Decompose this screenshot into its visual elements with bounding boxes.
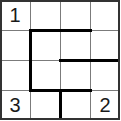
puzzle-board: 132 bbox=[0, 0, 120, 120]
bold-wall-v bbox=[29, 29, 32, 92]
cell-r1c3[interactable] bbox=[60, 0, 90, 30]
cell-r2c4[interactable] bbox=[90, 30, 120, 60]
given-number: 3 bbox=[9, 90, 20, 120]
cell-r4c1[interactable]: 3 bbox=[0, 90, 30, 120]
cell-r3c3[interactable] bbox=[60, 60, 90, 90]
bold-wall-h bbox=[59, 59, 121, 62]
cell-r2c2[interactable] bbox=[30, 30, 60, 60]
given-number: 1 bbox=[9, 0, 20, 30]
cell-r1c1[interactable]: 1 bbox=[0, 0, 30, 30]
cell-r1c4[interactable] bbox=[90, 0, 120, 30]
cell-r2c1[interactable] bbox=[0, 30, 30, 60]
cell-r3c2[interactable] bbox=[30, 60, 60, 90]
cell-r3c1[interactable] bbox=[0, 60, 30, 90]
bold-wall-h bbox=[29, 29, 92, 32]
cell-r4c3[interactable] bbox=[60, 90, 90, 120]
cell-r4c2[interactable] bbox=[30, 90, 60, 120]
cell-r3c4[interactable] bbox=[90, 60, 120, 90]
cell-r4c4[interactable]: 2 bbox=[90, 90, 120, 120]
cell-r1c2[interactable] bbox=[30, 0, 60, 30]
given-number: 2 bbox=[99, 90, 110, 120]
cell-r2c3[interactable] bbox=[60, 30, 90, 60]
bold-wall-v bbox=[59, 89, 62, 121]
